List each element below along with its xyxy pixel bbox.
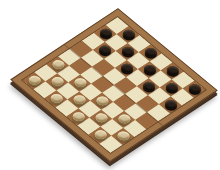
checkers-board (10, 8, 217, 162)
checkers-product-photo (0, 0, 220, 170)
